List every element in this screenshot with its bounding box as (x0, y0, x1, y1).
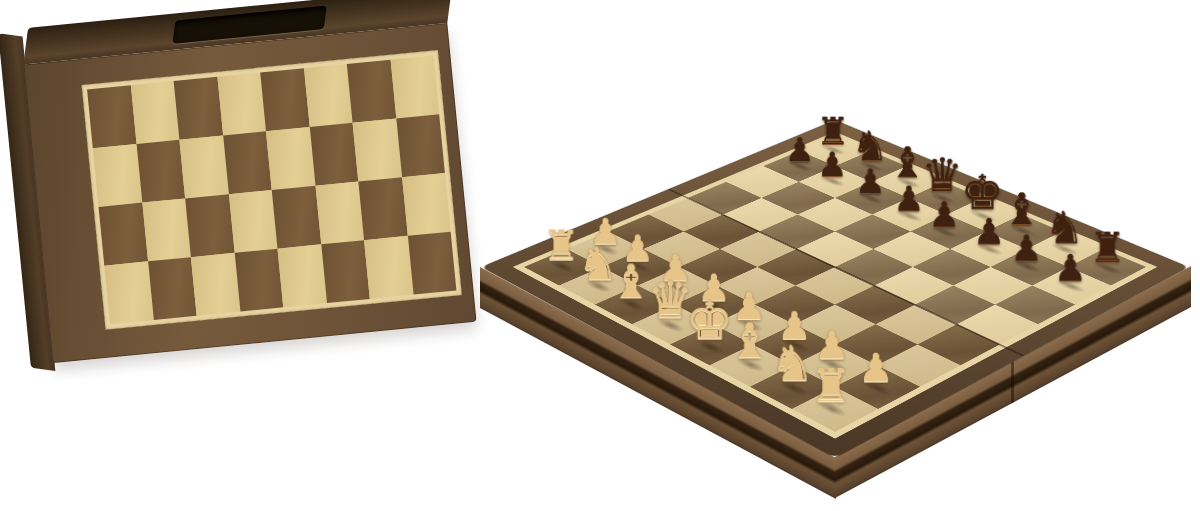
case-front-face (23, 23, 476, 363)
black-pawn-icon: ♟ (1035, 250, 1106, 287)
case-checker-square (142, 198, 191, 261)
case-checker-square (99, 203, 148, 266)
case-checker-inlay-border (82, 50, 462, 330)
closed-chess-case (0, 0, 482, 381)
board-base-hinge-seam (1011, 361, 1014, 404)
case-checker-square (223, 131, 272, 194)
case-checker-square (179, 135, 228, 198)
case-checker-square (104, 261, 153, 324)
case-checker-square (304, 64, 353, 127)
case-checker-grid (87, 56, 456, 325)
case-checker-square (266, 127, 315, 190)
chess-board: ♜♞♝♛♚♝♞♜♟♟♟♟♟♟♟♟♟♟♟♟♟♟♟♟♜♞♝♛♚♝♞♜ (481, 120, 1188, 458)
case-checker-square (390, 56, 439, 119)
case-checker-square (217, 72, 266, 135)
case-checker-square (347, 60, 396, 123)
case-checker-square (309, 123, 358, 186)
case-checker-square (148, 257, 197, 320)
case-checker-square (277, 244, 326, 307)
case-checker-square (234, 249, 283, 312)
case-checker-square (315, 181, 364, 244)
case-checker-square (353, 118, 402, 181)
case-checker-square (260, 68, 309, 131)
pieces-layer: ♜♞♝♛♚♝♞♜♟♟♟♟♟♟♟♟♟♟♟♟♟♟♟♟♜♞♝♛♚♝♞♜ (524, 136, 1146, 432)
case-checker-square (136, 140, 185, 203)
product-photo-scene: ♜♞♝♛♚♝♞♜♟♟♟♟♟♟♟♟♟♟♟♟♟♟♟♟♜♞♝♛♚♝♞♜ (0, 0, 1200, 511)
case-checker-square (364, 236, 413, 299)
case-checker-square (402, 173, 451, 236)
case-checker-square (396, 114, 445, 177)
case-checker-square (321, 240, 370, 303)
case-checker-square (228, 190, 277, 253)
case-checker-square (185, 194, 234, 257)
case-checker-square (87, 85, 136, 148)
white-rook-icon: ♜ (793, 363, 871, 409)
case-checker-square (272, 186, 321, 249)
case-checker-square (93, 144, 142, 207)
case-checker-square (174, 77, 223, 140)
case-checker-square (407, 232, 456, 295)
case-checker-square (130, 81, 179, 144)
case-checker-square (191, 253, 240, 316)
case-checker-square (358, 177, 407, 240)
